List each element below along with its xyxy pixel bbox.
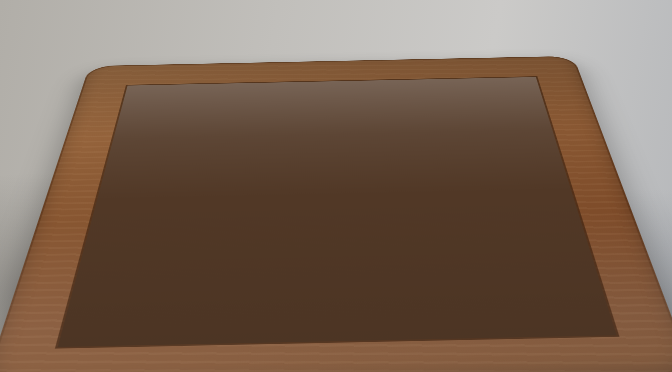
- pieces-layer: [0, 0, 672, 372]
- chessboard-photo: [0, 0, 672, 372]
- board-scene: [0, 0, 672, 372]
